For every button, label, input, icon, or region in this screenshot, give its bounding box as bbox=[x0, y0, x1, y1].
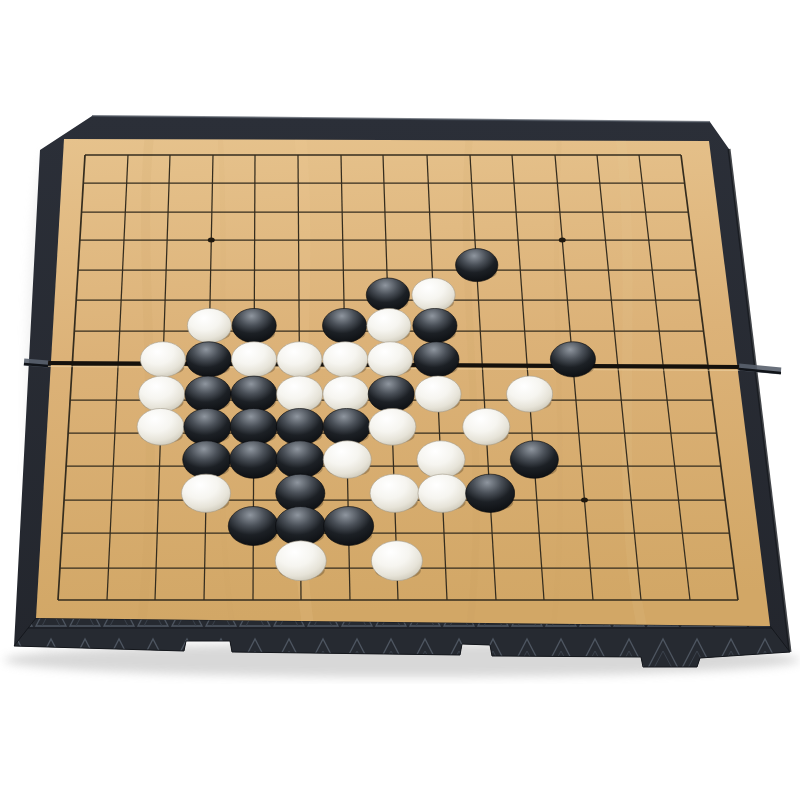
white-stone bbox=[367, 308, 411, 342]
stone-white bbox=[415, 376, 461, 412]
black-stone bbox=[231, 376, 277, 412]
stone-white bbox=[370, 474, 419, 512]
star-point bbox=[559, 238, 566, 243]
stone-white bbox=[369, 408, 416, 445]
white-stone bbox=[137, 408, 184, 445]
stone-black bbox=[276, 441, 324, 479]
white-stone bbox=[277, 376, 323, 412]
stone-black bbox=[276, 507, 326, 546]
stone-black bbox=[231, 376, 277, 412]
stone-black bbox=[456, 249, 498, 282]
white-stone bbox=[368, 342, 413, 377]
stone-black bbox=[183, 441, 231, 479]
black-stone bbox=[510, 441, 558, 479]
stone-white bbox=[187, 308, 231, 342]
stone-black bbox=[366, 278, 409, 312]
black-stone bbox=[276, 441, 324, 479]
stone-white bbox=[139, 376, 185, 412]
black-stone bbox=[366, 278, 409, 312]
white-stone bbox=[463, 408, 510, 445]
stone-white bbox=[275, 541, 326, 581]
stone-white bbox=[368, 342, 413, 377]
stone-white bbox=[507, 376, 553, 412]
black-stone bbox=[230, 441, 278, 479]
stone-black bbox=[230, 408, 277, 445]
stone-black bbox=[414, 342, 459, 377]
stone-white bbox=[323, 441, 371, 479]
white-stone bbox=[187, 308, 231, 342]
black-stone bbox=[183, 441, 231, 479]
black-stone bbox=[276, 507, 326, 546]
stone-white bbox=[277, 376, 323, 412]
black-stone bbox=[322, 308, 366, 342]
white-stone bbox=[323, 441, 371, 479]
stone-black bbox=[368, 376, 414, 412]
black-stone bbox=[466, 474, 515, 512]
black-stone bbox=[324, 507, 374, 546]
stone-white bbox=[323, 342, 368, 377]
star-point bbox=[581, 498, 588, 503]
white-stone bbox=[370, 474, 419, 512]
stone-black bbox=[232, 308, 276, 342]
black-stone bbox=[368, 376, 414, 412]
stone-black bbox=[276, 408, 323, 445]
stone-black bbox=[550, 342, 595, 377]
white-stone bbox=[275, 541, 326, 581]
stone-black bbox=[510, 441, 558, 479]
board-scene bbox=[0, 0, 800, 800]
black-stone bbox=[230, 408, 277, 445]
stone-white bbox=[418, 474, 467, 512]
stone-black bbox=[185, 376, 231, 412]
white-stone bbox=[507, 376, 553, 412]
black-stone bbox=[185, 376, 231, 412]
go-board-product-photo bbox=[0, 0, 800, 800]
stone-white bbox=[463, 408, 510, 445]
white-stone bbox=[371, 541, 422, 581]
stone-black bbox=[413, 308, 457, 342]
white-stone bbox=[323, 342, 368, 377]
white-stone bbox=[139, 376, 185, 412]
stone-white bbox=[412, 278, 455, 312]
white-stone bbox=[412, 278, 455, 312]
stone-white bbox=[140, 342, 185, 377]
stone-black bbox=[324, 507, 374, 546]
stone-black bbox=[184, 408, 231, 445]
white-stone bbox=[231, 342, 276, 377]
stone-black bbox=[186, 342, 231, 377]
stone-black bbox=[323, 408, 370, 445]
stone-black bbox=[466, 474, 515, 512]
black-stone bbox=[232, 308, 276, 342]
black-stone bbox=[413, 308, 457, 342]
black-stone bbox=[550, 342, 595, 377]
white-stone bbox=[277, 342, 322, 377]
stone-white bbox=[137, 408, 184, 445]
black-stone bbox=[414, 342, 459, 377]
stone-black bbox=[230, 441, 278, 479]
stone-black bbox=[322, 308, 366, 342]
white-stone bbox=[417, 441, 465, 479]
white-stone bbox=[369, 408, 416, 445]
stone-white bbox=[181, 474, 230, 512]
stone-white bbox=[417, 441, 465, 479]
stone-white bbox=[371, 541, 422, 581]
black-stone bbox=[184, 408, 231, 445]
white-stone bbox=[418, 474, 467, 512]
stone-black bbox=[228, 507, 278, 546]
white-stone bbox=[323, 376, 369, 412]
black-stone bbox=[186, 342, 231, 377]
white-stone bbox=[140, 342, 185, 377]
star-point bbox=[208, 238, 215, 243]
white-stone bbox=[181, 474, 230, 512]
stone-white bbox=[231, 342, 276, 377]
white-stone bbox=[415, 376, 461, 412]
stone-white bbox=[323, 376, 369, 412]
black-stone bbox=[323, 408, 370, 445]
black-stone bbox=[276, 408, 323, 445]
stone-white bbox=[367, 308, 411, 342]
stone-white bbox=[277, 342, 322, 377]
black-stone bbox=[456, 249, 498, 282]
black-stone bbox=[228, 507, 278, 546]
